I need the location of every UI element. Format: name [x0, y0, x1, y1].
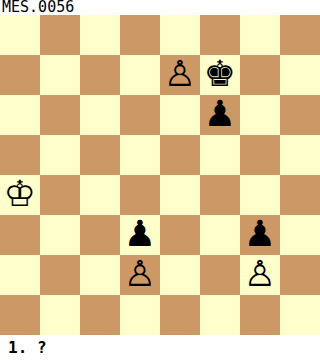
square-h6[interactable]	[280, 95, 320, 135]
square-e2[interactable]	[160, 255, 200, 295]
square-g1[interactable]	[240, 295, 280, 335]
square-e6[interactable]	[160, 95, 200, 135]
piece-black-pawn[interactable]: ♟	[124, 215, 156, 254]
square-e3[interactable]	[160, 215, 200, 255]
square-f4[interactable]	[200, 175, 240, 215]
square-h1[interactable]	[280, 295, 320, 335]
square-d6[interactable]	[120, 95, 160, 135]
piece-white-pawn[interactable]: ♙	[164, 55, 196, 94]
piece-black-pawn[interactable]: ♟	[244, 215, 276, 254]
square-a4[interactable]: ♔	[0, 175, 40, 215]
square-a7[interactable]	[0, 55, 40, 95]
square-b7[interactable]	[40, 55, 80, 95]
square-f7[interactable]: ♚	[200, 55, 240, 95]
square-e5[interactable]	[160, 135, 200, 175]
square-h7[interactable]	[280, 55, 320, 95]
square-b3[interactable]	[40, 215, 80, 255]
square-d8[interactable]	[120, 15, 160, 55]
square-e4[interactable]	[160, 175, 200, 215]
square-a2[interactable]	[0, 255, 40, 295]
square-c2[interactable]	[80, 255, 120, 295]
chess-board: ♙♚♟♔♟♟♙♙	[0, 15, 320, 335]
square-d5[interactable]	[120, 135, 160, 175]
square-g3[interactable]: ♟	[240, 215, 280, 255]
square-h2[interactable]	[280, 255, 320, 295]
square-b1[interactable]	[40, 295, 80, 335]
square-h4[interactable]	[280, 175, 320, 215]
square-b6[interactable]	[40, 95, 80, 135]
square-f3[interactable]	[200, 215, 240, 255]
diagram-title: MES.0056	[2, 0, 74, 15]
square-d7[interactable]	[120, 55, 160, 95]
square-g5[interactable]	[240, 135, 280, 175]
square-e8[interactable]	[160, 15, 200, 55]
square-g4[interactable]	[240, 175, 280, 215]
square-d4[interactable]	[120, 175, 160, 215]
square-g8[interactable]	[240, 15, 280, 55]
piece-black-pawn[interactable]: ♟	[204, 95, 236, 134]
square-f1[interactable]	[200, 295, 240, 335]
move-prompt: 1. ?	[8, 338, 47, 358]
square-c6[interactable]	[80, 95, 120, 135]
square-a1[interactable]	[0, 295, 40, 335]
square-e7[interactable]: ♙	[160, 55, 200, 95]
piece-white-king[interactable]: ♔	[4, 175, 36, 214]
square-b2[interactable]	[40, 255, 80, 295]
square-h5[interactable]	[280, 135, 320, 175]
square-a5[interactable]	[0, 135, 40, 175]
square-c8[interactable]	[80, 15, 120, 55]
square-c3[interactable]	[80, 215, 120, 255]
square-g7[interactable]	[240, 55, 280, 95]
square-c7[interactable]	[80, 55, 120, 95]
square-g2[interactable]: ♙	[240, 255, 280, 295]
piece-white-pawn[interactable]: ♙	[124, 255, 156, 294]
piece-white-pawn[interactable]: ♙	[244, 255, 276, 294]
square-b4[interactable]	[40, 175, 80, 215]
square-b8[interactable]	[40, 15, 80, 55]
square-c1[interactable]	[80, 295, 120, 335]
square-d1[interactable]	[120, 295, 160, 335]
square-g6[interactable]	[240, 95, 280, 135]
square-a3[interactable]	[0, 215, 40, 255]
square-c5[interactable]	[80, 135, 120, 175]
square-h8[interactable]	[280, 15, 320, 55]
square-e1[interactable]	[160, 295, 200, 335]
square-c4[interactable]	[80, 175, 120, 215]
square-h3[interactable]	[280, 215, 320, 255]
square-d3[interactable]: ♟	[120, 215, 160, 255]
square-f6[interactable]: ♟	[200, 95, 240, 135]
square-b5[interactable]	[40, 135, 80, 175]
square-d2[interactable]: ♙	[120, 255, 160, 295]
square-f8[interactable]	[200, 15, 240, 55]
square-f2[interactable]	[200, 255, 240, 295]
square-f5[interactable]	[200, 135, 240, 175]
piece-black-king[interactable]: ♚	[204, 55, 236, 94]
square-a8[interactable]	[0, 15, 40, 55]
square-a6[interactable]	[0, 95, 40, 135]
